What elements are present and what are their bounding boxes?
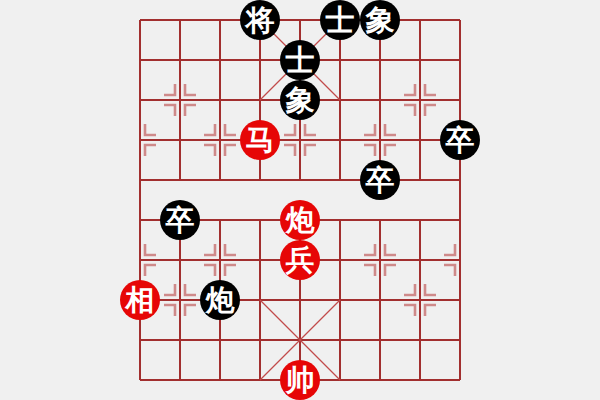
xiangqi-app: 将士象士象马卒卒卒炮兵相炮帅 [0, 0, 600, 400]
piece-red-cannon[interactable]: 炮 [280, 200, 320, 240]
piece-red-soldier[interactable]: 兵 [280, 240, 320, 280]
piece-black-soldier[interactable]: 卒 [360, 160, 400, 200]
piece-black-advisor[interactable]: 士 [280, 40, 320, 80]
piece-red-horse[interactable]: 马 [240, 120, 280, 160]
piece-black-cannon[interactable]: 炮 [200, 280, 240, 320]
piece-black-soldier[interactable]: 卒 [440, 120, 480, 160]
piece-red-general[interactable]: 帅 [280, 360, 320, 400]
piece-black-general[interactable]: 将 [240, 0, 280, 40]
piece-black-soldier[interactable]: 卒 [160, 200, 200, 240]
piece-black-advisor[interactable]: 士 [320, 0, 360, 40]
piece-red-elephant[interactable]: 相 [120, 280, 160, 320]
xiangqi-pieces-layer: 将士象士象马卒卒卒炮兵相炮帅 [120, 0, 480, 400]
piece-black-elephant[interactable]: 象 [360, 0, 400, 40]
piece-black-elephant[interactable]: 象 [280, 80, 320, 120]
